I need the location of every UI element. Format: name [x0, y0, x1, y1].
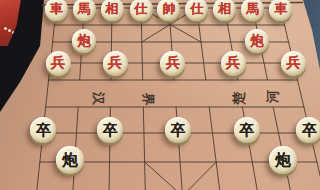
river-character: 界 [142, 93, 155, 106]
red-chariot-character: 車 [274, 0, 287, 17]
red-soldier-character: 兵 [226, 54, 240, 72]
piece-black-soldier-f3r7[interactable]: 卒 [97, 117, 123, 143]
red-soldier-character: 兵 [287, 54, 301, 72]
red-horse-character: 馬 [78, 0, 91, 17]
red-soldier-character: 兵 [108, 54, 122, 72]
piece-red-chariot-f1r1[interactable]: 車 [45, 0, 68, 21]
piece-red-soldier-f1r4[interactable]: 兵 [46, 51, 71, 76]
piece-red-cannon-f2r3[interactable]: 炮 [72, 29, 96, 53]
piece-red-soldier-f9r4[interactable]: 兵 [281, 51, 306, 76]
black-soldier-character: 卒 [239, 120, 254, 139]
piece-black-cannon-f2r8[interactable]: 炮 [56, 146, 84, 174]
red-general-character: 帥 [162, 0, 175, 17]
black-soldier-character: 卒 [36, 120, 51, 139]
red-advisor-character: 仕 [190, 0, 203, 17]
box-dot [4, 27, 7, 30]
piece-black-cannon-f8r8[interactable]: 炮 [269, 146, 297, 174]
red-soldier-character: 兵 [51, 54, 65, 72]
red-horse-character: 馬 [246, 0, 259, 17]
black-cannon-character: 炮 [275, 149, 290, 170]
red-advisor-character: 仕 [135, 0, 148, 17]
river-character: 楚 [232, 92, 245, 105]
piece-red-soldier-f7r4[interactable]: 兵 [221, 51, 246, 76]
piece-black-soldier-f5r7[interactable]: 卒 [165, 117, 191, 143]
red-chariot-character: 車 [50, 0, 63, 17]
red-elephant-character: 相 [218, 0, 231, 17]
black-cannon-character: 炮 [62, 149, 77, 170]
red-cannon-character: 炮 [250, 32, 263, 50]
red-soldier-character: 兵 [166, 54, 180, 72]
piece-red-soldier-f3r4[interactable]: 兵 [103, 51, 128, 76]
black-soldier-character: 卒 [171, 120, 186, 139]
piece-red-advisor-f4r1[interactable]: 仕 [130, 0, 153, 21]
piece-red-soldier-f5r4[interactable]: 兵 [160, 51, 185, 76]
piece-black-soldier-f7r7[interactable]: 卒 [234, 117, 260, 143]
river-character: 汉 [92, 92, 105, 105]
black-soldier-character: 卒 [103, 120, 118, 139]
photo-stage: 汉界 楚河 車馬相仕帥仕相馬車炮炮兵兵兵兵兵卒卒卒卒卒炮炮 [0, 0, 320, 190]
piece-red-cannon-f8r3[interactable]: 炮 [245, 29, 269, 53]
piece-black-soldier-f9r7[interactable]: 卒 [296, 117, 320, 143]
box-dot [8, 29, 11, 32]
river-character: 河 [266, 90, 279, 103]
black-soldier-character: 卒 [302, 120, 317, 139]
piece-red-elephant-f3r1[interactable]: 相 [101, 0, 124, 21]
red-cannon-character: 炮 [77, 32, 90, 50]
piece-red-horse-f2r1[interactable]: 馬 [73, 0, 96, 21]
red-elephant-character: 相 [106, 0, 119, 17]
